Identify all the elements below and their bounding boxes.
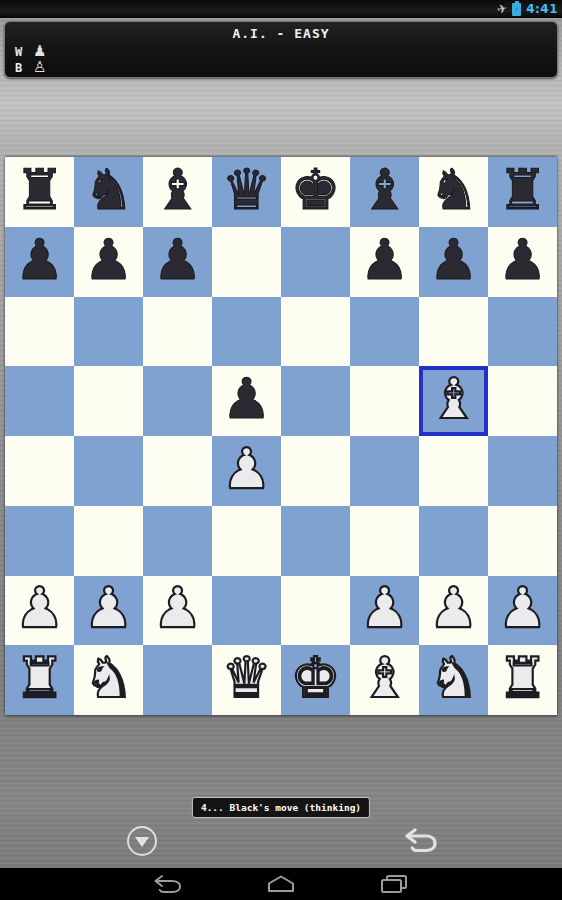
square-f7[interactable]: ♟	[350, 227, 419, 297]
square-f8[interactable]: ♝	[350, 157, 419, 227]
piece-white-rook: ♜	[497, 650, 547, 710]
square-g4[interactable]	[419, 436, 488, 506]
move-status-toast: 4... Black's move (thinking)	[192, 797, 370, 818]
square-d5[interactable]: ♟	[212, 366, 281, 436]
square-g1[interactable]: ♞	[419, 645, 488, 715]
square-a2[interactable]: ♟	[5, 576, 74, 646]
android-navigation-bar	[0, 868, 562, 900]
piece-white-knight: ♞	[428, 650, 478, 710]
square-a6[interactable]	[5, 297, 74, 367]
show-moves-down-button[interactable]	[127, 826, 157, 856]
piece-black-pawn: ♟	[14, 232, 64, 292]
square-d7[interactable]	[212, 227, 281, 297]
android-status-bar: ✈ 4:41	[0, 0, 562, 18]
piece-black-pawn: ♟	[497, 232, 547, 292]
battery-icon	[512, 3, 521, 16]
square-e1[interactable]: ♚	[281, 645, 350, 715]
game-mode-title: A.I. - EASY	[5, 26, 557, 41]
square-e6[interactable]	[281, 297, 350, 367]
square-a8[interactable]: ♜	[5, 157, 74, 227]
square-b5[interactable]	[74, 366, 143, 436]
piece-black-pawn: ♟	[359, 232, 409, 292]
square-f1[interactable]: ♝	[350, 645, 419, 715]
square-d8[interactable]: ♛	[212, 157, 281, 227]
square-g5[interactable]: ♝	[419, 366, 488, 436]
square-b2[interactable]: ♟	[74, 576, 143, 646]
captured-black-pawn-icon: ♟	[33, 44, 46, 59]
piece-white-pawn: ♟	[359, 580, 409, 640]
square-c1[interactable]	[143, 645, 212, 715]
square-d1[interactable]: ♛	[212, 645, 281, 715]
piece-white-pawn: ♟	[152, 580, 202, 640]
square-f5[interactable]	[350, 366, 419, 436]
square-f2[interactable]: ♟	[350, 576, 419, 646]
square-e3[interactable]	[281, 506, 350, 576]
piece-black-pawn: ♟	[221, 371, 271, 431]
square-h2[interactable]: ♟	[488, 576, 557, 646]
square-a5[interactable]	[5, 366, 74, 436]
chess-app-screen: ✈ 4:41 A.I. - EASY W ♟ B ♙ ♜♞♝♛♚♝♞♜♟♟♟♟♟…	[0, 0, 562, 900]
square-g7[interactable]: ♟	[419, 227, 488, 297]
undo-move-button[interactable]	[404, 828, 438, 854]
square-h5[interactable]	[488, 366, 557, 436]
piece-black-king: ♚	[290, 162, 340, 222]
square-h3[interactable]	[488, 506, 557, 576]
piece-white-bishop: ♝	[359, 650, 409, 710]
square-b4[interactable]	[74, 436, 143, 506]
square-e7[interactable]	[281, 227, 350, 297]
back-button[interactable]	[153, 874, 183, 894]
piece-white-pawn: ♟	[221, 441, 271, 501]
square-f4[interactable]	[350, 436, 419, 506]
square-h7[interactable]: ♟	[488, 227, 557, 297]
white-captured-row: W ♟	[15, 44, 46, 59]
square-c8[interactable]: ♝	[143, 157, 212, 227]
piece-black-queen: ♛	[221, 162, 271, 222]
square-a1[interactable]: ♜	[5, 645, 74, 715]
airplane-mode-icon: ✈	[496, 2, 508, 16]
square-c7[interactable]: ♟	[143, 227, 212, 297]
square-c2[interactable]: ♟	[143, 576, 212, 646]
square-a7[interactable]: ♟	[5, 227, 74, 297]
captured-white-pawn-icon: ♙	[33, 60, 46, 75]
square-a4[interactable]	[5, 436, 74, 506]
piece-white-pawn: ♟	[497, 580, 547, 640]
square-g3[interactable]	[419, 506, 488, 576]
square-b7[interactable]: ♟	[74, 227, 143, 297]
piece-black-bishop: ♝	[359, 162, 409, 222]
home-button[interactable]	[266, 874, 296, 894]
chess-board: ♜♞♝♛♚♝♞♜♟♟♟♟♟♟♟♝♟♟♟♟♟♟♟♜♞♛♚♝♞♜	[5, 157, 557, 715]
piece-white-pawn: ♟	[428, 580, 478, 640]
square-e2[interactable]	[281, 576, 350, 646]
piece-white-pawn: ♟	[14, 580, 64, 640]
piece-black-bishop: ♝	[152, 162, 202, 222]
square-a3[interactable]	[5, 506, 74, 576]
square-g8[interactable]: ♞	[419, 157, 488, 227]
square-f6[interactable]	[350, 297, 419, 367]
square-c4[interactable]	[143, 436, 212, 506]
piece-black-pawn: ♟	[152, 232, 202, 292]
piece-white-queen: ♛	[221, 650, 271, 710]
piece-black-rook: ♜	[14, 162, 64, 222]
undo-arrow-icon	[404, 828, 438, 854]
black-label: B	[15, 61, 27, 75]
recent-apps-button[interactable]	[379, 874, 409, 894]
square-g2[interactable]: ♟	[419, 576, 488, 646]
square-b3[interactable]	[74, 506, 143, 576]
square-c5[interactable]	[143, 366, 212, 436]
piece-black-pawn: ♟	[428, 232, 478, 292]
square-g6[interactable]	[419, 297, 488, 367]
square-e4[interactable]	[281, 436, 350, 506]
piece-white-pawn: ♟	[83, 580, 133, 640]
piece-black-pawn: ♟	[83, 232, 133, 292]
square-e8[interactable]: ♚	[281, 157, 350, 227]
square-h6[interactable]	[488, 297, 557, 367]
square-c6[interactable]	[143, 297, 212, 367]
piece-black-rook: ♜	[497, 162, 547, 222]
square-h1[interactable]: ♜	[488, 645, 557, 715]
piece-white-rook: ♜	[14, 650, 64, 710]
square-h4[interactable]	[488, 436, 557, 506]
square-d2[interactable]	[212, 576, 281, 646]
square-d6[interactable]	[212, 297, 281, 367]
piece-white-bishop: ♝	[428, 371, 478, 431]
square-b1[interactable]: ♞	[74, 645, 143, 715]
down-arrow-icon	[135, 837, 149, 847]
square-e5[interactable]	[281, 366, 350, 436]
piece-white-king: ♚	[290, 650, 340, 710]
square-d4[interactable]: ♟	[212, 436, 281, 506]
square-h8[interactable]: ♜	[488, 157, 557, 227]
square-f3[interactable]	[350, 506, 419, 576]
square-c3[interactable]	[143, 506, 212, 576]
square-d3[interactable]	[212, 506, 281, 576]
piece-black-knight: ♞	[428, 162, 478, 222]
piece-black-knight: ♞	[83, 162, 133, 222]
white-label: W	[15, 45, 27, 59]
game-header-panel: A.I. - EASY W ♟ B ♙	[4, 21, 558, 78]
square-b8[interactable]: ♞	[74, 157, 143, 227]
piece-white-knight: ♞	[83, 650, 133, 710]
square-b6[interactable]	[74, 297, 143, 367]
black-captured-row: B ♙	[15, 60, 46, 75]
status-bar-clock: 4:41	[526, 2, 558, 16]
